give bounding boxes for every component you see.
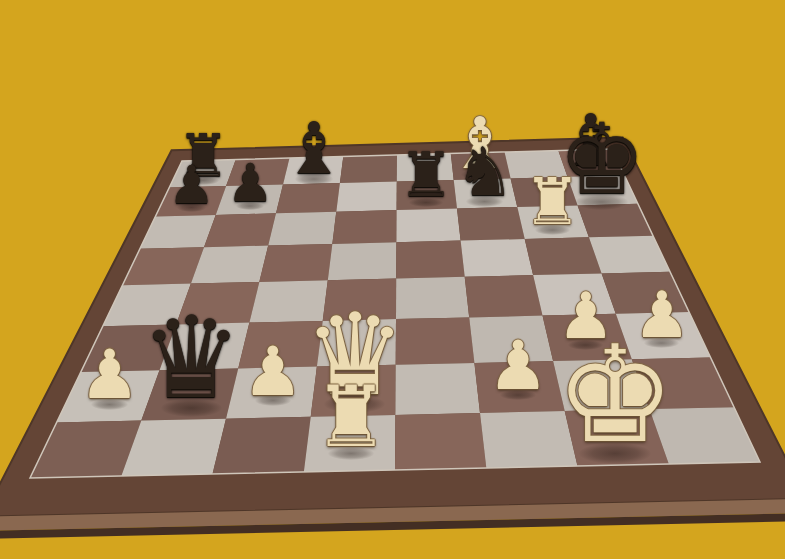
square-c6[interactable]	[268, 212, 336, 246]
square-g5[interactable]	[525, 237, 602, 275]
piece-black-pawn-b7[interactable]: ♟	[224, 157, 277, 210]
piece-white-pawn-c2[interactable]: ♟	[239, 338, 307, 406]
black-queen-icon: ♛	[141, 292, 242, 424]
piece-white-pawn-f2[interactable]: ♟	[484, 332, 552, 400]
square-c1[interactable]	[213, 417, 311, 474]
white-king-icon: ♚	[555, 317, 675, 473]
white-rook-icon: ♜	[313, 368, 388, 466]
piece-black-queen-b2[interactable]: ♛	[135, 302, 248, 415]
piece-white-rook-g6[interactable]: ♜	[520, 170, 584, 234]
black-pawn-icon: ♟	[168, 154, 215, 215]
square-b6[interactable]	[204, 213, 276, 247]
square-d6[interactable]	[332, 210, 396, 244]
black-knight-icon: ♞	[455, 133, 515, 211]
black-pawn-icon: ♟	[227, 152, 274, 213]
square-f5[interactable]	[461, 239, 533, 277]
square-e6[interactable]	[396, 209, 460, 243]
square-c5[interactable]	[259, 244, 332, 282]
black-rook-icon: ♜	[398, 139, 453, 211]
chess-3d-scene: ♝♜♝♝♚♜♞♟♟♜♟♟♛♟♟♟♛♚♜	[0, 0, 785, 559]
square-f6[interactable]	[457, 207, 525, 241]
square-e5[interactable]	[396, 241, 465, 279]
piece-white-rook-d1[interactable]: ♜	[309, 375, 393, 459]
square-d5[interactable]	[328, 242, 397, 280]
white-pawn-icon: ♟	[488, 326, 549, 405]
black-bishop-icon: ♝	[282, 107, 346, 190]
piece-black-knight-f7[interactable]: ♞	[451, 139, 518, 206]
white-pawn-icon: ♟	[243, 332, 304, 411]
piece-white-king-g1[interactable]: ♚	[548, 329, 682, 463]
piece-black-bishop-c8[interactable]: ♝	[278, 113, 349, 184]
white-pawn-icon: ♟	[79, 335, 140, 414]
piece-black-pawn-a7[interactable]: ♟	[165, 159, 218, 212]
square-e1[interactable]	[395, 413, 486, 470]
piece-black-rook-e7[interactable]: ♜	[395, 145, 457, 207]
white-rook-icon: ♜	[523, 164, 581, 239]
piece-white-pawn-a2[interactable]: ♟	[76, 341, 144, 409]
square-f4[interactable]	[465, 275, 543, 317]
